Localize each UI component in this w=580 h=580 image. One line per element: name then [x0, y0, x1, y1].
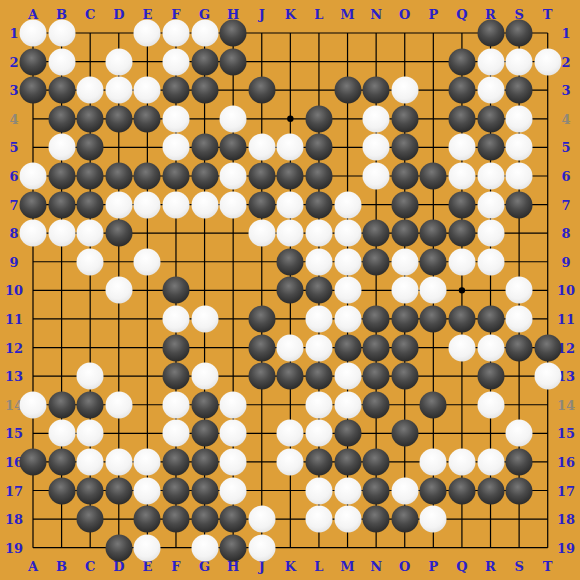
intersection-J4[interactable]	[248, 105, 275, 132]
stone-black-L7	[305, 191, 332, 218]
intersection-T10[interactable]	[534, 277, 561, 304]
intersection-P2[interactable]	[420, 48, 447, 75]
intersection-J14[interactable]	[248, 391, 275, 418]
stone-white-O3	[391, 77, 418, 104]
intersection-T18[interactable]	[534, 506, 561, 533]
intersection-K3[interactable]	[277, 77, 304, 104]
stone-white-K12	[277, 334, 304, 361]
intersection-E11[interactable]	[134, 305, 161, 332]
row-label-right-8: 8	[561, 226, 570, 241]
intersection-J2[interactable]	[248, 48, 275, 75]
stone-white-K8	[277, 220, 304, 247]
intersection-A4[interactable]	[20, 105, 47, 132]
intersection-T15[interactable]	[534, 420, 561, 447]
stone-black-H1	[220, 20, 247, 47]
intersection-R15[interactable]	[477, 420, 504, 447]
stone-white-J18	[248, 506, 275, 533]
intersection-B10[interactable]	[48, 277, 75, 304]
go-board[interactable]: AABBCCDDEEFFGGHHJJKKLLMMNNOOPPQQRRSSTT11…	[0, 0, 580, 580]
stone-white-R14	[477, 391, 504, 418]
intersection-D12[interactable]	[105, 334, 132, 361]
stone-black-S7	[506, 191, 533, 218]
intersection-Q10[interactable]	[448, 277, 475, 304]
intersection-E2[interactable]	[134, 48, 161, 75]
intersection-E5[interactable]	[134, 134, 161, 161]
row-label-right-5: 5	[561, 140, 570, 155]
intersection-N19[interactable]	[363, 534, 390, 561]
stone-white-P10	[420, 277, 447, 304]
intersection-S13[interactable]	[506, 363, 533, 390]
stone-black-R4	[477, 105, 504, 132]
intersection-K14[interactable]	[277, 391, 304, 418]
intersection-E14[interactable]	[134, 391, 161, 418]
intersection-M2[interactable]	[334, 48, 361, 75]
intersection-T6[interactable]	[534, 162, 561, 189]
stone-black-S1	[506, 20, 533, 47]
stone-black-L4	[305, 105, 332, 132]
intersection-S19[interactable]	[506, 534, 533, 561]
stone-black-P6	[420, 162, 447, 189]
row-label-left-1: 1	[9, 26, 18, 41]
intersection-K1[interactable]	[277, 20, 304, 47]
stone-black-J11	[248, 305, 275, 332]
stone-white-A14	[20, 391, 47, 418]
intersection-P4[interactable]	[420, 105, 447, 132]
stone-black-A3	[20, 77, 47, 104]
stone-black-K9	[277, 248, 304, 275]
intersection-E8[interactable]	[134, 220, 161, 247]
intersection-B12[interactable]	[48, 334, 75, 361]
intersection-K2[interactable]	[277, 48, 304, 75]
intersection-N15[interactable]	[363, 420, 390, 447]
intersection-R10[interactable]	[477, 277, 504, 304]
stone-white-R2	[477, 48, 504, 75]
stone-black-G14	[191, 391, 218, 418]
intersection-A17[interactable]	[20, 477, 47, 504]
stone-white-E9	[134, 248, 161, 275]
stone-black-Q3	[448, 77, 475, 104]
stone-white-E16	[134, 448, 161, 475]
intersection-S14[interactable]	[506, 391, 533, 418]
intersection-T7[interactable]	[534, 191, 561, 218]
stone-white-M8	[334, 220, 361, 247]
intersection-S8[interactable]	[506, 220, 533, 247]
stone-black-G15	[191, 420, 218, 447]
intersection-J15[interactable]	[248, 420, 275, 447]
intersection-E13[interactable]	[134, 363, 161, 390]
stone-black-P17	[420, 477, 447, 504]
stone-white-B1	[48, 20, 75, 47]
stone-black-C7	[77, 191, 104, 218]
intersection-C1[interactable]	[77, 20, 104, 47]
stone-black-F6	[162, 162, 189, 189]
intersection-L1[interactable]	[305, 20, 332, 47]
intersection-M6[interactable]	[334, 162, 361, 189]
intersection-J17[interactable]	[248, 477, 275, 504]
intersection-D15[interactable]	[105, 420, 132, 447]
stone-white-O9	[391, 248, 418, 275]
stone-white-M7	[334, 191, 361, 218]
stone-white-R6	[477, 162, 504, 189]
intersection-K4[interactable]	[277, 105, 304, 132]
intersection-C12[interactable]	[77, 334, 104, 361]
stone-black-S12	[506, 334, 533, 361]
intersection-P19[interactable]	[420, 534, 447, 561]
intersection-A15[interactable]	[20, 420, 47, 447]
intersection-L2[interactable]	[305, 48, 332, 75]
intersection-Q15[interactable]	[448, 420, 475, 447]
intersection-E12[interactable]	[134, 334, 161, 361]
intersection-C2[interactable]	[77, 48, 104, 75]
stone-black-M12	[334, 334, 361, 361]
stone-white-C13	[77, 363, 104, 390]
intersection-F8[interactable]	[162, 220, 189, 247]
intersection-H9[interactable]	[220, 248, 247, 275]
intersection-G8[interactable]	[191, 220, 218, 247]
intersection-N1[interactable]	[363, 20, 390, 47]
stone-black-P14	[420, 391, 447, 418]
stone-black-F16	[162, 448, 189, 475]
row-label-right-7: 7	[561, 197, 570, 212]
intersection-H3[interactable]	[220, 77, 247, 104]
stone-black-K6	[277, 162, 304, 189]
stone-white-E7	[134, 191, 161, 218]
stone-white-P18	[420, 506, 447, 533]
row-label-right-2: 2	[561, 54, 570, 69]
intersection-P7[interactable]	[420, 191, 447, 218]
row-label-left-9: 9	[9, 254, 18, 269]
intersection-T19[interactable]	[534, 534, 561, 561]
stone-white-N5	[363, 134, 390, 161]
stone-white-G13	[191, 363, 218, 390]
intersection-P3[interactable]	[420, 77, 447, 104]
intersection-N10[interactable]	[363, 277, 390, 304]
stone-black-M3	[334, 77, 361, 104]
stone-white-K5	[277, 134, 304, 161]
stone-black-C17	[77, 477, 104, 504]
stone-black-J6	[248, 162, 275, 189]
intersection-T17[interactable]	[534, 477, 561, 504]
intersection-O1[interactable]	[391, 20, 418, 47]
stone-black-J13	[248, 363, 275, 390]
intersection-A19[interactable]	[20, 534, 47, 561]
intersection-Q19[interactable]	[448, 534, 475, 561]
intersection-S9[interactable]	[506, 248, 533, 275]
intersection-H8[interactable]	[220, 220, 247, 247]
stone-black-T12	[534, 334, 561, 361]
intersection-Q1[interactable]	[448, 20, 475, 47]
stone-white-F11	[162, 305, 189, 332]
intersection-M1[interactable]	[334, 20, 361, 47]
intersection-T4[interactable]	[534, 105, 561, 132]
stone-white-R9	[477, 248, 504, 275]
intersection-B9[interactable]	[48, 248, 75, 275]
stone-white-M18	[334, 506, 361, 533]
stone-black-R11	[477, 305, 504, 332]
stone-black-H5	[220, 134, 247, 161]
stone-black-G3	[191, 77, 218, 104]
intersection-C19[interactable]	[77, 534, 104, 561]
intersection-P5[interactable]	[420, 134, 447, 161]
stone-black-L16	[305, 448, 332, 475]
intersection-N7[interactable]	[363, 191, 390, 218]
stone-white-N4	[363, 105, 390, 132]
intersection-A10[interactable]	[20, 277, 47, 304]
stone-black-R13	[477, 363, 504, 390]
stone-white-L14	[305, 391, 332, 418]
intersection-O14[interactable]	[391, 391, 418, 418]
row-label-left-4: 4	[9, 111, 18, 126]
intersection-R19[interactable]	[477, 534, 504, 561]
stone-white-F5	[162, 134, 189, 161]
intersection-F9[interactable]	[162, 248, 189, 275]
stone-white-S5	[506, 134, 533, 161]
stone-white-E3	[134, 77, 161, 104]
intersection-D5[interactable]	[105, 134, 132, 161]
stone-white-F7	[162, 191, 189, 218]
intersection-O19[interactable]	[391, 534, 418, 561]
stone-black-F13	[162, 363, 189, 390]
stone-white-H17	[220, 477, 247, 504]
stone-black-N3	[363, 77, 390, 104]
intersection-B13[interactable]	[48, 363, 75, 390]
stone-black-N8	[363, 220, 390, 247]
intersection-L19[interactable]	[305, 534, 332, 561]
row-label-right-9: 9	[561, 254, 570, 269]
stone-white-J19	[248, 534, 275, 561]
stone-black-M15	[334, 420, 361, 447]
stone-white-C3	[77, 77, 104, 104]
intersection-T5[interactable]	[534, 134, 561, 161]
stone-white-B15	[48, 420, 75, 447]
intersection-C11[interactable]	[77, 305, 104, 332]
intersection-C10[interactable]	[77, 277, 104, 304]
intersection-Q13[interactable]	[448, 363, 475, 390]
stone-white-E17	[134, 477, 161, 504]
stone-black-C6	[77, 162, 104, 189]
stone-white-D16	[105, 448, 132, 475]
stone-white-R8	[477, 220, 504, 247]
stone-white-S6	[506, 162, 533, 189]
intersection-E10[interactable]	[134, 277, 161, 304]
stone-white-G1	[191, 20, 218, 47]
intersection-J9[interactable]	[248, 248, 275, 275]
stone-white-N6	[363, 162, 390, 189]
intersection-T9[interactable]	[534, 248, 561, 275]
intersection-D18[interactable]	[105, 506, 132, 533]
stone-black-N12	[363, 334, 390, 361]
stone-white-S11	[506, 305, 533, 332]
stone-black-O12	[391, 334, 418, 361]
stone-white-Q12	[448, 334, 475, 361]
intersection-A9[interactable]	[20, 248, 47, 275]
stone-white-A8	[20, 220, 47, 247]
stone-white-R16	[477, 448, 504, 475]
intersection-M19[interactable]	[334, 534, 361, 561]
row-label-left-2: 2	[9, 54, 18, 69]
intersection-K19[interactable]	[277, 534, 304, 561]
row-label-right-1: 1	[561, 26, 570, 41]
stone-white-P16	[420, 448, 447, 475]
stone-white-R12	[477, 334, 504, 361]
intersection-H10[interactable]	[220, 277, 247, 304]
intersection-H11[interactable]	[220, 305, 247, 332]
stone-black-O5	[391, 134, 418, 161]
stone-black-O18	[391, 506, 418, 533]
intersection-D13[interactable]	[105, 363, 132, 390]
stone-black-N16	[363, 448, 390, 475]
intersection-T3[interactable]	[534, 77, 561, 104]
intersection-S18[interactable]	[506, 506, 533, 533]
stone-black-J12	[248, 334, 275, 361]
stone-white-H14	[220, 391, 247, 418]
stone-white-C9	[77, 248, 104, 275]
stone-black-H18	[220, 506, 247, 533]
stone-white-H4	[220, 105, 247, 132]
intersection-R18[interactable]	[477, 506, 504, 533]
intersection-M4[interactable]	[334, 105, 361, 132]
stone-white-H15	[220, 420, 247, 447]
stone-white-D2	[105, 48, 132, 75]
intersection-A11[interactable]	[20, 305, 47, 332]
stone-white-Q9	[448, 248, 475, 275]
stone-white-M13	[334, 363, 361, 390]
intersection-K18[interactable]	[277, 506, 304, 533]
stone-black-C14	[77, 391, 104, 418]
intersection-P1[interactable]	[420, 20, 447, 47]
intersection-E15[interactable]	[134, 420, 161, 447]
row-label-left-5: 5	[9, 140, 18, 155]
stone-black-B3	[48, 77, 75, 104]
stone-black-Q11	[448, 305, 475, 332]
stone-white-A6	[20, 162, 47, 189]
intersection-J1[interactable]	[248, 20, 275, 47]
intersection-K11[interactable]	[277, 305, 304, 332]
stone-white-R7	[477, 191, 504, 218]
intersection-A12[interactable]	[20, 334, 47, 361]
row-label-right-4: 4	[561, 111, 570, 126]
stone-black-C5	[77, 134, 104, 161]
intersection-O2[interactable]	[391, 48, 418, 75]
intersection-B11[interactable]	[48, 305, 75, 332]
intersection-B18[interactable]	[48, 506, 75, 533]
stone-white-J5	[248, 134, 275, 161]
stone-white-F1	[162, 20, 189, 47]
row-label-left-8: 8	[9, 226, 18, 241]
stone-black-J3	[248, 77, 275, 104]
intersection-O16[interactable]	[391, 448, 418, 475]
intersection-P15[interactable]	[420, 420, 447, 447]
stone-white-L9	[305, 248, 332, 275]
stone-white-K15	[277, 420, 304, 447]
stone-white-D14	[105, 391, 132, 418]
intersection-M5[interactable]	[334, 134, 361, 161]
stone-black-Q7	[448, 191, 475, 218]
intersection-D9[interactable]	[105, 248, 132, 275]
stone-white-F4	[162, 105, 189, 132]
stone-black-M16	[334, 448, 361, 475]
stone-black-K10	[277, 277, 304, 304]
intersection-T16[interactable]	[534, 448, 561, 475]
stone-black-O6	[391, 162, 418, 189]
stone-white-B8	[48, 220, 75, 247]
stone-white-K16	[277, 448, 304, 475]
stone-white-B2	[48, 48, 75, 75]
stone-black-Q4	[448, 105, 475, 132]
intersection-A13[interactable]	[20, 363, 47, 390]
stone-white-F15	[162, 420, 189, 447]
stone-black-S17	[506, 477, 533, 504]
stone-black-A16	[20, 448, 47, 475]
stone-white-M9	[334, 248, 361, 275]
intersection-G4[interactable]	[191, 105, 218, 132]
stone-white-K7	[277, 191, 304, 218]
stone-white-H6	[220, 162, 247, 189]
intersection-H13[interactable]	[220, 363, 247, 390]
intersection-T11[interactable]	[534, 305, 561, 332]
intersection-G12[interactable]	[191, 334, 218, 361]
stone-white-M11	[334, 305, 361, 332]
intersection-A18[interactable]	[20, 506, 47, 533]
intersection-G10[interactable]	[191, 277, 218, 304]
intersection-J10[interactable]	[248, 277, 275, 304]
intersection-K17[interactable]	[277, 477, 304, 504]
stone-black-B6	[48, 162, 75, 189]
stone-white-G11	[191, 305, 218, 332]
stone-black-N17	[363, 477, 390, 504]
intersection-A5[interactable]	[20, 134, 47, 161]
intersection-Q18[interactable]	[448, 506, 475, 533]
stone-black-O11	[391, 305, 418, 332]
intersection-B19[interactable]	[48, 534, 75, 561]
stone-black-G6	[191, 162, 218, 189]
intersection-P12[interactable]	[420, 334, 447, 361]
stone-black-O13	[391, 363, 418, 390]
intersection-Q14[interactable]	[448, 391, 475, 418]
stone-black-F12	[162, 334, 189, 361]
intersection-N2[interactable]	[363, 48, 390, 75]
intersection-F19[interactable]	[162, 534, 189, 561]
row-label-left-6: 6	[9, 168, 18, 183]
intersection-T1[interactable]	[534, 20, 561, 47]
row-label-left-7: 7	[9, 197, 18, 212]
intersection-L3[interactable]	[305, 77, 332, 104]
intersection-D1[interactable]	[105, 20, 132, 47]
stone-white-S10	[506, 277, 533, 304]
stone-white-E19	[134, 534, 161, 561]
stone-black-D4	[105, 105, 132, 132]
stone-white-E1	[134, 20, 161, 47]
stone-black-E4	[134, 105, 161, 132]
stone-black-D8	[105, 220, 132, 247]
stone-black-N14	[363, 391, 390, 418]
stone-black-N18	[363, 506, 390, 533]
stone-black-G2	[191, 48, 218, 75]
intersection-H12[interactable]	[220, 334, 247, 361]
intersection-T8[interactable]	[534, 220, 561, 247]
intersection-T14[interactable]	[534, 391, 561, 418]
stone-black-D17	[105, 477, 132, 504]
stone-white-M17	[334, 477, 361, 504]
stone-white-C8	[77, 220, 104, 247]
intersection-P13[interactable]	[420, 363, 447, 390]
stone-black-N11	[363, 305, 390, 332]
intersection-G9[interactable]	[191, 248, 218, 275]
intersection-D11[interactable]	[105, 305, 132, 332]
stone-black-G16	[191, 448, 218, 475]
stone-black-P9	[420, 248, 447, 275]
intersection-J16[interactable]	[248, 448, 275, 475]
